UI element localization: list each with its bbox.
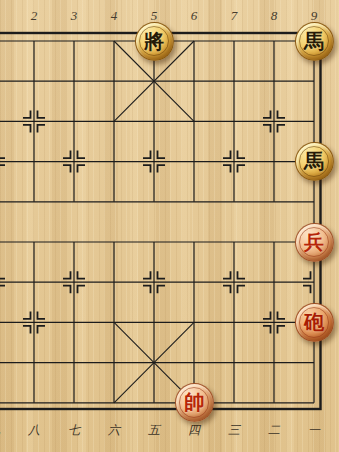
pieces-grid: 將馬馬兵砲帥	[0, 21, 334, 423]
file-label-top-7: 7	[224, 8, 244, 22]
file-label-top-5: 5	[144, 8, 164, 22]
file-label-bottom-1: 九	[0, 422, 4, 436]
file-label-top-8: 8	[264, 8, 284, 22]
red-general-glyph: 帥	[176, 384, 213, 421]
xiangqi-board: 123456789 九八七六五四三二一 將馬馬兵砲帥	[0, 0, 339, 452]
file-label-bottom-2: 八	[24, 422, 44, 436]
piece-red-general[interactable]: 帥	[175, 383, 214, 422]
red-soldier-glyph: 兵	[296, 224, 333, 261]
file-label-bottom-3: 七	[64, 422, 84, 436]
file-label-top-4: 4	[104, 8, 124, 22]
file-label-top-3: 3	[64, 8, 84, 22]
file-label-bottom-5: 五	[144, 422, 164, 436]
red-cannon-glyph: 砲	[296, 304, 333, 341]
file-label-top-9: 9	[304, 8, 324, 22]
file-label-bottom-4: 六	[104, 422, 124, 436]
file-label-top-1: 1	[0, 8, 4, 22]
file-label-bottom-7: 三	[224, 422, 244, 436]
piece-black-horse[interactable]: 馬	[295, 22, 334, 61]
piece-red-cannon[interactable]: 砲	[295, 303, 334, 342]
file-label-top-6: 6	[184, 8, 204, 22]
file-label-bottom-6: 四	[184, 422, 204, 436]
file-label-bottom-9: 一	[304, 422, 324, 436]
black-horse-glyph: 馬	[296, 23, 333, 60]
piece-red-soldier[interactable]: 兵	[295, 223, 334, 262]
black-general-glyph: 將	[136, 23, 173, 60]
piece-black-general[interactable]: 將	[135, 22, 174, 61]
black-horse-glyph: 馬	[296, 143, 333, 180]
file-label-bottom-8: 二	[264, 422, 284, 436]
piece-black-horse[interactable]: 馬	[295, 142, 334, 181]
file-label-top-2: 2	[24, 8, 44, 22]
